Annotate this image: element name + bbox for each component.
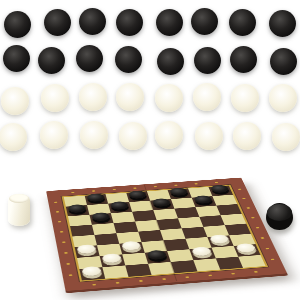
- black-checker-e7[interactable]: [152, 198, 172, 207]
- off-board-white-checker: [8, 194, 30, 226]
- loose-black-checker: [230, 46, 257, 73]
- frame-gold-mark: [154, 186, 157, 187]
- white-checker-h2[interactable]: [235, 243, 257, 253]
- white-checker-f2[interactable]: [191, 246, 213, 256]
- checkerboard-frame: [46, 178, 287, 291]
- loose-black-checker: [156, 9, 183, 36]
- frame-gold-mark: [60, 231, 63, 233]
- loose-white-checker: [155, 84, 183, 112]
- off-board-black-checker: [266, 203, 293, 230]
- white-checker-a1[interactable]: [81, 266, 102, 277]
- product-photo-scene: [0, 0, 300, 300]
- loose-black-checker: [194, 47, 221, 74]
- loose-black-checker: [79, 8, 106, 35]
- loose-black-checker: [191, 8, 218, 35]
- frame-gold-mark: [58, 221, 61, 223]
- loose-white-checker: [0, 123, 27, 151]
- black-checker-d8[interactable]: [128, 190, 147, 199]
- frame-gold-mark: [67, 263, 70, 265]
- board-square-a1[interactable]: [79, 267, 105, 280]
- black-checker-g7[interactable]: [193, 195, 213, 204]
- black-checker-f8[interactable]: [169, 187, 189, 196]
- frame-gold-mark: [62, 241, 65, 243]
- board-square-b1[interactable]: [102, 265, 128, 278]
- black-checker-c7[interactable]: [110, 201, 130, 210]
- loose-white-checker: [272, 123, 300, 151]
- frame-gold-mark: [174, 185, 177, 186]
- loose-white-checker: [231, 84, 259, 112]
- frame-gold-mark: [113, 189, 116, 190]
- frame-gold-mark: [116, 282, 120, 284]
- frame-gold-mark: [195, 183, 198, 184]
- white-checker-a3[interactable]: [76, 244, 96, 254]
- loose-black-checker: [157, 48, 184, 75]
- frame-gold-mark: [56, 211, 59, 213]
- loose-black-checker: [270, 48, 297, 75]
- loose-black-checker: [4, 11, 31, 38]
- black-checker-b6[interactable]: [91, 212, 111, 221]
- frame-gold-mark: [208, 275, 212, 277]
- frame-gold-mark: [69, 274, 72, 276]
- frame-gold-mark: [254, 271, 258, 273]
- frame-gold-mark: [242, 198, 245, 199]
- frame-gold-mark: [54, 202, 57, 203]
- white-checker-b2[interactable]: [101, 253, 122, 263]
- frame-gold-mark: [247, 207, 250, 209]
- black-checker-h8[interactable]: [210, 184, 230, 193]
- loose-black-checker: [116, 9, 143, 36]
- loose-white-checker: [193, 83, 221, 111]
- black-checker-a7[interactable]: [67, 204, 86, 213]
- loose-black-checker: [76, 45, 103, 72]
- black-checker-b8[interactable]: [86, 193, 105, 202]
- loose-black-checker: [44, 9, 71, 36]
- frame-gold-mark: [215, 182, 218, 183]
- loose-white-checker: [116, 83, 144, 111]
- frame-gold-mark: [133, 187, 136, 188]
- frame-gold-mark: [266, 248, 270, 250]
- frame-gold-mark: [92, 190, 95, 191]
- loose-white-checker: [1, 87, 29, 115]
- frame-gold-mark: [251, 217, 255, 219]
- frame-gold-mark: [139, 280, 143, 282]
- frame-gold-mark: [271, 259, 275, 261]
- frame-gold-mark: [231, 273, 235, 275]
- frame-gold-mark: [238, 189, 241, 190]
- frame-gold-mark: [261, 237, 265, 239]
- loose-black-checker: [269, 10, 296, 37]
- frame-gold-mark: [64, 252, 67, 254]
- loose-black-checker: [229, 9, 256, 36]
- loose-black-checker: [3, 45, 30, 72]
- frame-gold-mark: [162, 278, 166, 280]
- board-perspective-wrap: [55, 125, 265, 300]
- loose-white-checker: [269, 84, 297, 112]
- frame-gold-mark: [256, 227, 260, 229]
- board-square-c1[interactable]: [125, 264, 151, 277]
- board-square-h1[interactable]: [238, 255, 265, 268]
- loose-black-checker: [38, 47, 65, 74]
- frame-gold-mark: [92, 284, 96, 286]
- checkerboard: [62, 185, 268, 282]
- frame-gold-mark: [71, 192, 74, 193]
- white-checker-g3[interactable]: [209, 234, 230, 244]
- black-checker-d2[interactable]: [146, 250, 167, 260]
- loose-white-checker: [41, 84, 69, 112]
- white-checker-c3[interactable]: [121, 241, 142, 251]
- loose-white-checker: [79, 83, 107, 111]
- loose-black-checker: [115, 46, 142, 73]
- frame-gold-mark: [185, 276, 189, 278]
